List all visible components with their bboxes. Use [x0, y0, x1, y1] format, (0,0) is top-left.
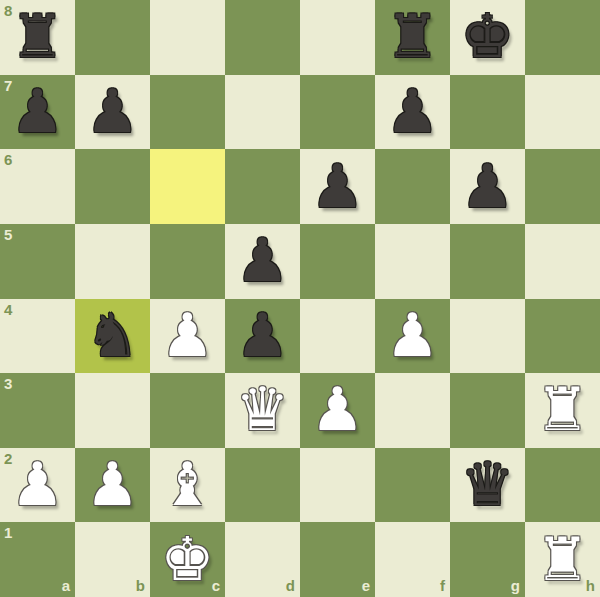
- square-a3[interactable]: 3: [0, 373, 75, 448]
- white-pawn-a2[interactable]: ♟: [11, 454, 65, 514]
- square-a7[interactable]: 7♟: [0, 75, 75, 150]
- square-d8[interactable]: [225, 0, 300, 75]
- square-g4[interactable]: [450, 299, 525, 374]
- square-h7[interactable]: [525, 75, 600, 150]
- square-f3[interactable]: [375, 373, 450, 448]
- square-g6[interactable]: ♟: [450, 149, 525, 224]
- white-king-c1[interactable]: ♚: [161, 529, 215, 589]
- file-label-a: a: [62, 578, 70, 593]
- white-pawn-f4[interactable]: ♟: [386, 305, 440, 365]
- file-label-b: b: [136, 578, 145, 593]
- square-f7[interactable]: ♟: [375, 75, 450, 150]
- square-f8[interactable]: ♜: [375, 0, 450, 75]
- square-e4[interactable]: [300, 299, 375, 374]
- square-c1[interactable]: c♚: [150, 522, 225, 597]
- square-g3[interactable]: [450, 373, 525, 448]
- square-c5[interactable]: [150, 224, 225, 299]
- white-pawn-b2[interactable]: ♟: [86, 454, 140, 514]
- square-f4[interactable]: ♟: [375, 299, 450, 374]
- rank-label-1: 1: [4, 525, 12, 540]
- square-d2[interactable]: [225, 448, 300, 523]
- square-d5[interactable]: ♟: [225, 224, 300, 299]
- square-e8[interactable]: [300, 0, 375, 75]
- white-pawn-c4[interactable]: ♟: [161, 305, 215, 365]
- file-label-g: g: [511, 578, 520, 593]
- black-rook-f8[interactable]: ♜: [386, 6, 440, 66]
- square-a1[interactable]: 1a: [0, 522, 75, 597]
- square-f1[interactable]: f: [375, 522, 450, 597]
- square-d3[interactable]: ♛: [225, 373, 300, 448]
- square-c3[interactable]: [150, 373, 225, 448]
- square-c4[interactable]: ♟: [150, 299, 225, 374]
- square-a8[interactable]: 8♜: [0, 0, 75, 75]
- white-rook-h3[interactable]: ♜: [536, 379, 590, 439]
- square-b3[interactable]: [75, 373, 150, 448]
- black-knight-b4[interactable]: ♞: [86, 305, 140, 365]
- white-rook-h1[interactable]: ♜: [536, 529, 590, 589]
- square-c7[interactable]: [150, 75, 225, 150]
- white-bishop-c2[interactable]: ♝: [161, 454, 215, 514]
- rank-label-6: 6: [4, 152, 12, 167]
- square-h4[interactable]: [525, 299, 600, 374]
- black-pawn-f7[interactable]: ♟: [386, 81, 440, 141]
- white-pawn-e3[interactable]: ♟: [311, 379, 365, 439]
- square-b2[interactable]: ♟: [75, 448, 150, 523]
- black-pawn-d4[interactable]: ♟: [236, 305, 290, 365]
- black-pawn-e6[interactable]: ♟: [311, 156, 365, 216]
- square-h8[interactable]: [525, 0, 600, 75]
- black-pawn-g6[interactable]: ♟: [461, 156, 515, 216]
- file-label-f: f: [440, 578, 445, 593]
- square-c2[interactable]: ♝: [150, 448, 225, 523]
- square-e6[interactable]: ♟: [300, 149, 375, 224]
- square-d7[interactable]: [225, 75, 300, 150]
- square-h5[interactable]: [525, 224, 600, 299]
- square-a4[interactable]: 4: [0, 299, 75, 374]
- square-e7[interactable]: [300, 75, 375, 150]
- square-c6[interactable]: [150, 149, 225, 224]
- square-h1[interactable]: h♜: [525, 522, 600, 597]
- square-e2[interactable]: [300, 448, 375, 523]
- chess-board: 8♜♜♚7♟♟♟6♟♟5♟4♞♟♟♟3♛♟♜2♟♟♝♛1abc♚defgh♜: [0, 0, 600, 597]
- file-label-e: e: [362, 578, 370, 593]
- square-f2[interactable]: [375, 448, 450, 523]
- square-h3[interactable]: ♜: [525, 373, 600, 448]
- square-a6[interactable]: 6: [0, 149, 75, 224]
- square-g2[interactable]: ♛: [450, 448, 525, 523]
- square-b7[interactable]: ♟: [75, 75, 150, 150]
- square-e1[interactable]: e: [300, 522, 375, 597]
- square-h2[interactable]: [525, 448, 600, 523]
- black-rook-a8[interactable]: ♜: [11, 6, 65, 66]
- square-a5[interactable]: 5: [0, 224, 75, 299]
- rank-label-5: 5: [4, 227, 12, 242]
- square-c8[interactable]: [150, 0, 225, 75]
- white-queen-d3[interactable]: ♛: [236, 379, 290, 439]
- black-pawn-a7[interactable]: ♟: [11, 81, 65, 141]
- square-b6[interactable]: [75, 149, 150, 224]
- rank-label-3: 3: [4, 376, 12, 391]
- black-king-g8[interactable]: ♚: [461, 6, 515, 66]
- file-label-d: d: [286, 578, 295, 593]
- square-b5[interactable]: [75, 224, 150, 299]
- black-pawn-d5[interactable]: ♟: [236, 230, 290, 290]
- square-h6[interactable]: [525, 149, 600, 224]
- square-d1[interactable]: d: [225, 522, 300, 597]
- square-b1[interactable]: b: [75, 522, 150, 597]
- square-g8[interactable]: ♚: [450, 0, 525, 75]
- rank-label-4: 4: [4, 302, 12, 317]
- square-f5[interactable]: [375, 224, 450, 299]
- square-g7[interactable]: [450, 75, 525, 150]
- black-pawn-b7[interactable]: ♟: [86, 81, 140, 141]
- square-b4[interactable]: ♞: [75, 299, 150, 374]
- square-g1[interactable]: g: [450, 522, 525, 597]
- square-g5[interactable]: [450, 224, 525, 299]
- square-f6[interactable]: [375, 149, 450, 224]
- square-e5[interactable]: [300, 224, 375, 299]
- square-e3[interactable]: ♟: [300, 373, 375, 448]
- black-queen-g2[interactable]: ♛: [461, 454, 515, 514]
- square-d4[interactable]: ♟: [225, 299, 300, 374]
- square-b8[interactable]: [75, 0, 150, 75]
- square-d6[interactable]: [225, 149, 300, 224]
- square-a2[interactable]: 2♟: [0, 448, 75, 523]
